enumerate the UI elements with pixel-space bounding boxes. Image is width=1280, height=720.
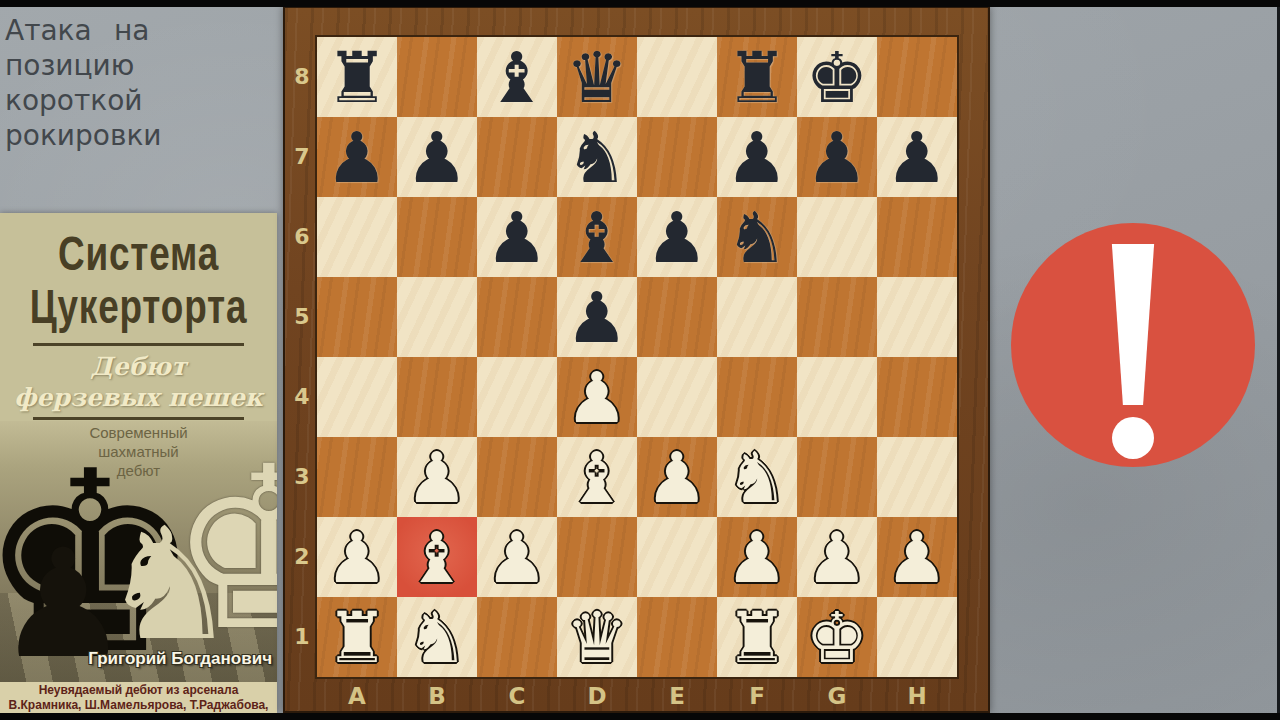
divider-line [33, 343, 244, 346]
square-c7[interactable] [477, 117, 557, 197]
book-edition-text: Современный шахматный дебют [0, 423, 277, 480]
black-pawn: ♟ [797, 117, 877, 197]
square-f5[interactable] [717, 277, 797, 357]
white-bishop: ♝ [557, 437, 637, 517]
square-e4[interactable] [637, 357, 717, 437]
square-g3[interactable] [797, 437, 877, 517]
black-knight: ♞ [557, 117, 637, 197]
white-pawn: ♟ [797, 517, 877, 597]
file-label-c: C [477, 680, 557, 713]
white-king: ♚ [797, 597, 877, 677]
square-a2[interactable]: ♟ [317, 517, 397, 597]
black-king: ♚ [797, 37, 877, 117]
white-queen: ♛ [557, 597, 637, 677]
square-b3[interactable]: ♟ [397, 437, 477, 517]
white-pawn: ♟ [477, 517, 557, 597]
square-c1[interactable] [477, 597, 557, 677]
square-g5[interactable] [797, 277, 877, 357]
file-label-a: A [317, 680, 397, 713]
square-e1[interactable] [637, 597, 717, 677]
book-author: Григорий Богданович [88, 649, 272, 669]
book-cover: Система Цукерторта Дебют ферзевых пешек … [0, 213, 277, 713]
square-g4[interactable] [797, 357, 877, 437]
white-pawn: ♟ [397, 437, 477, 517]
book-footer: Неувядаемый дебют из арсенала В.Крамника… [0, 682, 277, 713]
exclamation-badge [1011, 223, 1255, 467]
exclamation-icon [1109, 244, 1157, 405]
book-subtitle-line-2: ферзевых пешек [0, 382, 277, 413]
black-pawn: ♟ [877, 117, 957, 197]
square-h6[interactable] [877, 197, 957, 277]
file-label-b: B [397, 680, 477, 713]
white-pawn: ♟ [877, 517, 957, 597]
book-edition-line-2: шахматный [0, 442, 277, 461]
square-b2[interactable]: ♝ [397, 517, 477, 597]
book-title-line-1: Система [25, 226, 252, 282]
square-c5[interactable] [477, 277, 557, 357]
square-d6[interactable]: ♝ [557, 197, 637, 277]
square-a7[interactable]: ♟ [317, 117, 397, 197]
square-d7[interactable]: ♞ [557, 117, 637, 197]
black-pawn: ♟ [637, 197, 717, 277]
black-queen: ♛ [557, 37, 637, 117]
rank-label-6: 6 [289, 197, 315, 277]
square-d4[interactable]: ♟ [557, 357, 637, 437]
square-c3[interactable] [477, 437, 557, 517]
square-d3[interactable]: ♝ [557, 437, 637, 517]
square-b4[interactable] [397, 357, 477, 437]
book-subtitle-line-1: Дебют [0, 351, 277, 382]
square-h4[interactable] [877, 357, 957, 437]
black-knight: ♞ [717, 197, 797, 277]
file-label-h: H [877, 680, 957, 713]
book-edition-line-1: Современный [0, 423, 277, 442]
black-bishop: ♝ [557, 197, 637, 277]
book-subtitle: Дебют ферзевых пешек [0, 351, 277, 413]
square-a3[interactable] [317, 437, 397, 517]
square-e7[interactable] [637, 117, 717, 197]
square-a4[interactable] [317, 357, 397, 437]
square-f1[interactable]: ♜ [717, 597, 797, 677]
chess-board-frame: 87654321 ♜♝♛♜♚♟♟♞♟♟♟♟♝♟♞♟♟♟♝♟♞♟♝♟♟♟♟♜♞♛♜… [283, 6, 990, 713]
white-knight: ♞ [397, 597, 477, 677]
file-label-f: F [717, 680, 797, 713]
file-label-g: G [797, 680, 877, 713]
white-pawn: ♟ [317, 517, 397, 597]
video-frame: Атака на позицию короткой рокировки Сист… [0, 0, 1280, 720]
square-h5[interactable] [877, 277, 957, 357]
square-e6[interactable]: ♟ [637, 197, 717, 277]
chess-board[interactable]: ♜♝♛♜♚♟♟♞♟♟♟♟♝♟♞♟♟♟♝♟♞♟♝♟♟♟♟♜♞♛♜♚ [317, 37, 957, 677]
white-rook: ♜ [717, 597, 797, 677]
square-d8[interactable]: ♛ [557, 37, 637, 117]
white-rook: ♜ [317, 597, 397, 677]
square-f4[interactable] [717, 357, 797, 437]
square-e3[interactable]: ♟ [637, 437, 717, 517]
square-b5[interactable] [397, 277, 477, 357]
square-g6[interactable] [797, 197, 877, 277]
square-b7[interactable]: ♟ [397, 117, 477, 197]
square-f2[interactable]: ♟ [717, 517, 797, 597]
square-f3[interactable]: ♞ [717, 437, 797, 517]
black-pawn: ♟ [397, 117, 477, 197]
square-c2[interactable]: ♟ [477, 517, 557, 597]
square-g7[interactable]: ♟ [797, 117, 877, 197]
square-a8[interactable]: ♜ [317, 37, 397, 117]
square-c4[interactable] [477, 357, 557, 437]
square-d5[interactable]: ♟ [557, 277, 637, 357]
black-rook: ♜ [717, 37, 797, 117]
book-title: Система Цукерторта [0, 227, 277, 333]
square-g8[interactable]: ♚ [797, 37, 877, 117]
square-h2[interactable]: ♟ [877, 517, 957, 597]
rank-label-4: 4 [289, 357, 315, 437]
rank-label-5: 5 [289, 277, 315, 357]
square-f6[interactable]: ♞ [717, 197, 797, 277]
black-pawn: ♟ [717, 117, 797, 197]
file-labels: ABCDEFGH [317, 680, 957, 713]
rank-labels: 87654321 [289, 37, 315, 677]
file-label-e: E [637, 680, 717, 713]
black-pawn: ♟ [317, 117, 397, 197]
square-a1[interactable]: ♜ [317, 597, 397, 677]
video-caption: Атака на позицию короткой рокировки [5, 13, 277, 153]
caption-line-2: короткой рокировки [5, 83, 277, 153]
rank-label-7: 7 [289, 117, 315, 197]
square-h8[interactable] [877, 37, 957, 117]
square-b1[interactable]: ♞ [397, 597, 477, 677]
white-pawn: ♟ [637, 437, 717, 517]
square-c8[interactable]: ♝ [477, 37, 557, 117]
file-label-d: D [557, 680, 637, 713]
book-title-line-2: Цукерторта [25, 279, 252, 335]
rank-label-2: 2 [289, 517, 315, 597]
square-b6[interactable] [397, 197, 477, 277]
book-edition-line-3: дебют [0, 461, 277, 480]
square-h1[interactable] [877, 597, 957, 677]
white-bishop: ♝ [397, 517, 477, 597]
black-pawn: ♟ [557, 277, 637, 357]
book-footer-line-1: Неувядаемый дебют из арсенала [0, 683, 277, 698]
top-letterbox-bar [0, 0, 1280, 7]
white-pawn: ♟ [717, 517, 797, 597]
square-e8[interactable] [637, 37, 717, 117]
square-g1[interactable]: ♚ [797, 597, 877, 677]
square-f8[interactable]: ♜ [717, 37, 797, 117]
black-pawn: ♟ [477, 197, 557, 277]
square-b8[interactable] [397, 37, 477, 117]
caption-line-1: Атака на позицию [5, 13, 277, 83]
square-d1[interactable]: ♛ [557, 597, 637, 677]
divider-line [33, 417, 244, 420]
black-bishop: ♝ [477, 37, 557, 117]
square-e2[interactable] [637, 517, 717, 597]
square-f7[interactable]: ♟ [717, 117, 797, 197]
square-g2[interactable]: ♟ [797, 517, 877, 597]
rank-label-3: 3 [289, 437, 315, 517]
square-h3[interactable] [877, 437, 957, 517]
square-c6[interactable]: ♟ [477, 197, 557, 277]
white-pawn: ♟ [557, 357, 637, 437]
black-rook: ♜ [317, 37, 397, 117]
square-h7[interactable]: ♟ [877, 117, 957, 197]
square-e5[interactable] [637, 277, 717, 357]
rank-label-1: 1 [289, 597, 315, 677]
square-d2[interactable] [557, 517, 637, 597]
bottom-letterbox-bar [0, 713, 1280, 720]
exclamation-dot [1112, 417, 1154, 459]
square-a6[interactable] [317, 197, 397, 277]
white-knight: ♞ [717, 437, 797, 517]
square-a5[interactable] [317, 277, 397, 357]
rank-label-8: 8 [289, 37, 315, 117]
